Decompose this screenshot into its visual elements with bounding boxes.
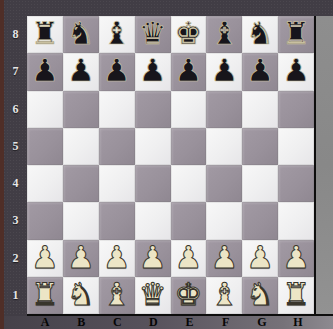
white-queen-d1[interactable]: ♛ [139, 279, 167, 310]
square-f8[interactable]: ♝ [206, 16, 242, 53]
square-b6[interactable] [63, 91, 99, 128]
rank-label-7: 7 [4, 53, 27, 90]
square-f2[interactable]: ♟ [206, 240, 242, 277]
square-h4[interactable] [278, 165, 314, 202]
square-a8[interactable]: ♜ [27, 16, 63, 53]
square-e2[interactable]: ♟ [171, 240, 207, 277]
black-bishop-f8[interactable]: ♝ [210, 18, 238, 49]
black-pawn-g7[interactable]: ♟ [246, 55, 274, 86]
square-h6[interactable] [278, 91, 314, 128]
square-b4[interactable] [63, 165, 99, 202]
black-knight-g8[interactable]: ♞ [246, 18, 274, 49]
white-pawn-a2[interactable]: ♟ [31, 242, 59, 273]
square-b2[interactable]: ♟ [63, 240, 99, 277]
square-g1[interactable]: ♞ [242, 277, 278, 314]
square-g7[interactable]: ♟ [242, 53, 278, 90]
rank-label-8: 8 [4, 16, 27, 53]
square-a5[interactable] [27, 128, 63, 165]
white-pawn-c2[interactable]: ♟ [103, 242, 131, 273]
white-bishop-c1[interactable]: ♝ [103, 279, 131, 310]
black-knight-b8[interactable]: ♞ [67, 18, 95, 49]
square-d2[interactable]: ♟ [135, 240, 171, 277]
square-a1[interactable]: ♜ [27, 277, 63, 314]
square-a3[interactable] [27, 202, 63, 239]
file-label-f: F [208, 315, 244, 329]
white-pawn-h2[interactable]: ♟ [282, 242, 310, 273]
square-c7[interactable]: ♟ [99, 53, 135, 90]
black-king-e8[interactable]: ♚ [175, 18, 203, 49]
square-h8[interactable]: ♜ [278, 16, 314, 53]
white-pawn-f2[interactable]: ♟ [210, 242, 238, 273]
square-h5[interactable] [278, 128, 314, 165]
square-g6[interactable] [242, 91, 278, 128]
white-pawn-d2[interactable]: ♟ [139, 242, 167, 273]
white-rook-a1[interactable]: ♜ [31, 279, 59, 310]
file-label-e: E [172, 315, 208, 329]
file-coordinates: ABCDEFGH [27, 315, 316, 329]
rank-label-2: 2 [4, 240, 27, 277]
file-label-g: G [244, 315, 280, 329]
file-label-c: C [99, 315, 135, 329]
rank-coordinates: 87654321 [4, 16, 27, 314]
square-e1[interactable]: ♚ [171, 277, 207, 314]
square-g4[interactable] [242, 165, 278, 202]
square-e7[interactable]: ♟ [171, 53, 207, 90]
chess-app-window: 87654321 ♜♞♝♛♚♝♞♜♟♟♟♟♟♟♟♟♟♟♟♟♟♟♟♟♜♞♝♛♚♝♞… [0, 0, 333, 329]
square-c8[interactable]: ♝ [99, 16, 135, 53]
black-bishop-c8[interactable]: ♝ [103, 18, 131, 49]
square-h2[interactable]: ♟ [278, 240, 314, 277]
file-label-h: H [280, 315, 316, 329]
square-c1[interactable]: ♝ [99, 277, 135, 314]
square-d4[interactable] [135, 165, 171, 202]
black-pawn-f7[interactable]: ♟ [210, 55, 238, 86]
black-pawn-b7[interactable]: ♟ [67, 55, 95, 86]
square-f1[interactable]: ♝ [206, 277, 242, 314]
white-rook-h1[interactable]: ♜ [282, 279, 310, 310]
square-g5[interactable] [242, 128, 278, 165]
square-f6[interactable] [206, 91, 242, 128]
right-margin-panel [316, 16, 333, 314]
black-pawn-a7[interactable]: ♟ [31, 55, 59, 86]
square-d3[interactable] [135, 202, 171, 239]
square-e8[interactable]: ♚ [171, 16, 207, 53]
square-d5[interactable] [135, 128, 171, 165]
square-d6[interactable] [135, 91, 171, 128]
square-d1[interactable]: ♛ [135, 277, 171, 314]
square-c2[interactable]: ♟ [99, 240, 135, 277]
square-f3[interactable] [206, 202, 242, 239]
square-b1[interactable]: ♞ [63, 277, 99, 314]
square-h1[interactable]: ♜ [278, 277, 314, 314]
square-b5[interactable] [63, 128, 99, 165]
white-pawn-b2[interactable]: ♟ [67, 242, 95, 273]
square-g8[interactable]: ♞ [242, 16, 278, 53]
square-a4[interactable] [27, 165, 63, 202]
square-b7[interactable]: ♟ [63, 53, 99, 90]
file-label-a: A [27, 315, 63, 329]
square-c6[interactable] [99, 91, 135, 128]
square-f7[interactable]: ♟ [206, 53, 242, 90]
white-pawn-e2[interactable]: ♟ [175, 242, 203, 273]
square-g2[interactable]: ♟ [242, 240, 278, 277]
square-d8[interactable]: ♛ [135, 16, 171, 53]
square-a7[interactable]: ♟ [27, 53, 63, 90]
square-f5[interactable] [206, 128, 242, 165]
black-rook-a8[interactable]: ♜ [31, 18, 59, 49]
rank-label-3: 3 [4, 202, 27, 239]
square-h7[interactable]: ♟ [278, 53, 314, 90]
white-king-e1[interactable]: ♚ [175, 279, 203, 310]
square-e4[interactable] [171, 165, 207, 202]
rank-label-1: 1 [4, 277, 27, 314]
square-c3[interactable] [99, 202, 135, 239]
chess-board[interactable]: ♜♞♝♛♚♝♞♜♟♟♟♟♟♟♟♟♟♟♟♟♟♟♟♟♜♞♝♛♚♝♞♜ [27, 16, 316, 314]
square-e3[interactable] [171, 202, 207, 239]
black-pawn-d7[interactable]: ♟ [139, 55, 167, 86]
square-b8[interactable]: ♞ [63, 16, 99, 53]
white-knight-g1[interactable]: ♞ [246, 279, 274, 310]
file-label-b: B [63, 315, 99, 329]
white-knight-b1[interactable]: ♞ [67, 279, 95, 310]
square-f4[interactable] [206, 165, 242, 202]
square-d7[interactable]: ♟ [135, 53, 171, 90]
black-pawn-e7[interactable]: ♟ [175, 55, 203, 86]
square-b3[interactable] [63, 202, 99, 239]
rank-label-6: 6 [4, 91, 27, 128]
square-g3[interactable] [242, 202, 278, 239]
black-pawn-h7[interactable]: ♟ [282, 55, 310, 86]
file-label-d: D [135, 315, 171, 329]
square-c5[interactable] [99, 128, 135, 165]
square-h3[interactable] [278, 202, 314, 239]
rank-label-5: 5 [4, 128, 27, 165]
white-pawn-g2[interactable]: ♟ [246, 242, 274, 273]
black-pawn-c7[interactable]: ♟ [103, 55, 131, 86]
rank-label-4: 4 [4, 165, 27, 202]
white-bishop-f1[interactable]: ♝ [210, 279, 238, 310]
square-e5[interactable] [171, 128, 207, 165]
square-a6[interactable] [27, 91, 63, 128]
square-c4[interactable] [99, 165, 135, 202]
black-rook-h8[interactable]: ♜ [282, 18, 310, 49]
square-a2[interactable]: ♟ [27, 240, 63, 277]
square-e6[interactable] [171, 91, 207, 128]
black-queen-d8[interactable]: ♛ [139, 18, 167, 49]
